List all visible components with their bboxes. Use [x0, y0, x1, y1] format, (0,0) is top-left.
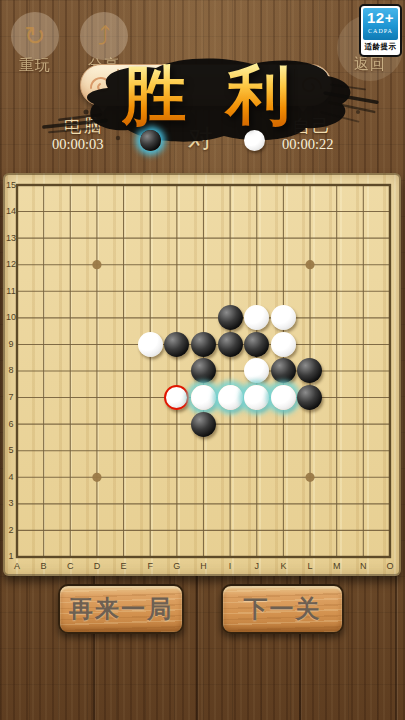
board-cell[interactable]: [376, 278, 403, 305]
board-cell[interactable]: [217, 305, 244, 332]
board-cell[interactable]: [376, 490, 403, 517]
board-cell[interactable]: [84, 331, 111, 358]
board-cell[interactable]: [163, 490, 190, 517]
board-cell[interactable]: [350, 358, 377, 385]
white-stone: [218, 385, 243, 410]
board-cell[interactable]: [350, 384, 377, 411]
board-cell[interactable]: [243, 517, 270, 544]
row-label: 5: [6, 445, 17, 456]
black-stone: [164, 332, 189, 357]
board-cell[interactable]: [350, 517, 377, 544]
board-cell[interactable]: [376, 225, 403, 252]
board-cell[interactable]: [137, 331, 164, 358]
board-cell[interactable]: [190, 278, 217, 305]
board-cell[interactable]: [376, 305, 403, 332]
black-stone: [218, 305, 243, 330]
board-cell[interactable]: [163, 278, 190, 305]
board-cell[interactable]: [84, 172, 111, 199]
board-cell[interactable]: [57, 198, 84, 225]
board-cell[interactable]: [190, 384, 217, 411]
board-cell[interactable]: [243, 251, 270, 278]
vs-label: 对: [188, 122, 213, 155]
board-cell[interactable]: [217, 198, 244, 225]
board-cell[interactable]: [270, 437, 297, 464]
board-cell[interactable]: [350, 464, 377, 491]
board-cell[interactable]: [30, 172, 57, 199]
board-cell[interactable]: [84, 464, 111, 491]
board-cell[interactable]: [376, 464, 403, 491]
board-cell[interactable]: [217, 172, 244, 199]
board-cell[interactable]: [110, 331, 137, 358]
white-stone: [244, 358, 269, 383]
row-label: 13: [6, 233, 17, 244]
gomoku-board: 151413121110987654321ABCDEFGHIJKLMNO: [3, 173, 401, 576]
board-cell[interactable]: [217, 358, 244, 385]
col-label: I: [224, 561, 236, 572]
board-cell[interactable]: [84, 358, 111, 385]
board-cell[interactable]: [137, 225, 164, 252]
board-cell[interactable]: [350, 172, 377, 199]
board-cell[interactable]: [110, 411, 137, 438]
board-cell[interactable]: [137, 437, 164, 464]
board-cell[interactable]: [350, 437, 377, 464]
board-cell[interactable]: [323, 278, 350, 305]
board-cell[interactable]: [163, 411, 190, 438]
board-cell[interactable]: [270, 517, 297, 544]
board-cell[interactable]: [323, 411, 350, 438]
cloud-swirl-icon: [299, 72, 325, 98]
board-cell[interactable]: [270, 305, 297, 332]
board-cell[interactable]: [297, 411, 324, 438]
board-cell[interactable]: [163, 198, 190, 225]
banner-cap-divider-right: [294, 69, 296, 101]
board-cell[interactable]: [323, 384, 350, 411]
board-cell[interactable]: [163, 331, 190, 358]
board-cell[interactable]: [350, 198, 377, 225]
col-label: N: [357, 561, 369, 572]
player-right-stone-white: [244, 130, 265, 151]
white-stone: [271, 332, 296, 357]
board-cell[interactable]: [323, 490, 350, 517]
board-cell[interactable]: [243, 331, 270, 358]
col-label: H: [197, 561, 209, 572]
board-cell[interactable]: [270, 198, 297, 225]
board-cell[interactable]: [270, 384, 297, 411]
board-cell[interactable]: [217, 278, 244, 305]
board-cell[interactable]: [190, 517, 217, 544]
row-label: 14: [6, 206, 17, 217]
board-cell[interactable]: [376, 251, 403, 278]
board-cell[interactable]: [270, 172, 297, 199]
board-cell[interactable]: [110, 437, 137, 464]
board-cell[interactable]: [110, 172, 137, 199]
board-cell[interactable]: [243, 411, 270, 438]
board-cell[interactable]: [190, 172, 217, 199]
board-cell[interactable]: [163, 172, 190, 199]
board-cell[interactable]: [57, 278, 84, 305]
board-cells: [4, 172, 403, 570]
row-label: 12: [6, 259, 17, 270]
board-cell[interactable]: [30, 464, 57, 491]
board-cell[interactable]: [217, 331, 244, 358]
board-cell[interactable]: [243, 198, 270, 225]
board-cell[interactable]: [217, 251, 244, 278]
board-cell[interactable]: [57, 251, 84, 278]
white-stone: [244, 385, 269, 410]
board-cell[interactable]: [57, 490, 84, 517]
black-stone: [191, 412, 216, 437]
board-cell[interactable]: [190, 358, 217, 385]
board-cell[interactable]: [350, 278, 377, 305]
board-cell[interactable]: [217, 517, 244, 544]
board-cell[interactable]: [270, 225, 297, 252]
board-cell[interactable]: [84, 384, 111, 411]
board-cell[interactable]: [270, 278, 297, 305]
board-cell[interactable]: [297, 358, 324, 385]
board-cell[interactable]: [57, 358, 84, 385]
black-stone: [191, 332, 216, 357]
col-label: B: [38, 561, 50, 572]
board-cell[interactable]: [137, 384, 164, 411]
board-cell[interactable]: [350, 305, 377, 332]
board-cell[interactable]: [110, 517, 137, 544]
black-stone: [191, 358, 216, 383]
black-stone: [218, 332, 243, 357]
board-cell[interactable]: [297, 490, 324, 517]
board-cell[interactable]: [137, 517, 164, 544]
board-cell[interactable]: [137, 305, 164, 332]
col-label: E: [118, 561, 130, 572]
board-cell[interactable]: [243, 490, 270, 517]
board-cell[interactable]: [57, 411, 84, 438]
row-label: 15: [6, 180, 17, 191]
board-cell[interactable]: [163, 384, 190, 411]
board-cell[interactable]: [270, 358, 297, 385]
board-cell[interactable]: [297, 305, 324, 332]
board-cell[interactable]: [84, 305, 111, 332]
board-cell[interactable]: [30, 437, 57, 464]
replay-button-circle: ↻: [11, 12, 59, 60]
board-cell[interactable]: [323, 331, 350, 358]
board-cell[interactable]: [110, 384, 137, 411]
player-left-name: 电脑: [64, 114, 104, 138]
board-cell[interactable]: [84, 225, 111, 252]
next-level-label: 下一关: [244, 593, 322, 625]
board-cell[interactable]: [190, 411, 217, 438]
board-cell[interactable]: [376, 384, 403, 411]
col-label: D: [91, 561, 103, 572]
board-cell[interactable]: [217, 490, 244, 517]
black-stone: [297, 385, 322, 410]
board-cell[interactable]: [30, 411, 57, 438]
board-cell[interactable]: [323, 464, 350, 491]
board-cell[interactable]: [30, 305, 57, 332]
age-rating-value: 12+: [363, 8, 398, 27]
row-label: 4: [6, 472, 17, 483]
age-rating-org: CADPA: [363, 27, 398, 35]
board-cell[interactable]: [350, 225, 377, 252]
board-cell[interactable]: [297, 384, 324, 411]
board-cell[interactable]: [323, 437, 350, 464]
banner-cap-divider-left: [117, 69, 119, 101]
game-screen: ↻ 重玩 ⤴ 分享 ↩ 返回 12+ CADPA 适龄提示: [0, 0, 405, 720]
board-cell[interactable]: [110, 278, 137, 305]
board-cell[interactable]: [30, 331, 57, 358]
row-label: 10: [6, 312, 17, 323]
board-cell[interactable]: [350, 251, 377, 278]
white-stone: [164, 385, 189, 410]
board-cell[interactable]: [190, 464, 217, 491]
row-label: 11: [6, 286, 17, 297]
board-cell[interactable]: [190, 251, 217, 278]
board-cell[interactable]: [323, 358, 350, 385]
board-cell[interactable]: [190, 225, 217, 252]
board-cell[interactable]: [163, 437, 190, 464]
col-label: C: [64, 561, 76, 572]
board-cell[interactable]: [110, 251, 137, 278]
board-cell[interactable]: [243, 278, 270, 305]
board-cell[interactable]: [376, 517, 403, 544]
board-cell[interactable]: [243, 384, 270, 411]
back-label: 返回: [337, 55, 403, 74]
row-label: 8: [6, 365, 17, 376]
share-icon: ⤴: [98, 23, 111, 49]
board-cell[interactable]: [163, 358, 190, 385]
col-label: F: [144, 561, 156, 572]
board-cell[interactable]: [217, 384, 244, 411]
board-cell[interactable]: [137, 278, 164, 305]
row-label: 9: [6, 339, 17, 350]
row-label: 3: [6, 498, 17, 509]
board-cell[interactable]: [270, 464, 297, 491]
board-cell[interactable]: [84, 490, 111, 517]
play-again-label: 再来一局: [69, 593, 173, 625]
board-cell[interactable]: [323, 305, 350, 332]
board-cell[interactable]: [30, 198, 57, 225]
board-cell[interactable]: [297, 437, 324, 464]
white-stone: [138, 332, 163, 357]
black-stone: [271, 358, 296, 383]
board-cell[interactable]: [270, 411, 297, 438]
board-cell[interactable]: [217, 464, 244, 491]
board-cell[interactable]: [217, 437, 244, 464]
board-cell[interactable]: [376, 358, 403, 385]
board-cell[interactable]: [137, 172, 164, 199]
board-cell[interactable]: [376, 172, 403, 199]
board-cell[interactable]: [323, 225, 350, 252]
board-cell[interactable]: [297, 225, 324, 252]
cloud-swirl-icon: [87, 72, 113, 98]
board-cell[interactable]: [376, 437, 403, 464]
player-left-timer: 00:00:03: [52, 136, 104, 153]
board-cell[interactable]: [84, 517, 111, 544]
board-cell[interactable]: [110, 358, 137, 385]
board-cell[interactable]: [84, 411, 111, 438]
board-cell[interactable]: [57, 172, 84, 199]
board-cell[interactable]: [137, 358, 164, 385]
row-label: 7: [6, 392, 17, 403]
board-cell[interactable]: [163, 251, 190, 278]
white-stone: [271, 305, 296, 330]
row-label: 6: [6, 419, 17, 430]
board-cell[interactable]: [163, 517, 190, 544]
board-cell[interactable]: [350, 331, 377, 358]
board-cell[interactable]: [243, 358, 270, 385]
board-cell[interactable]: [243, 225, 270, 252]
board-cell[interactable]: [30, 278, 57, 305]
board-cell[interactable]: [323, 172, 350, 199]
age-rating-blue-box: 12+ CADPA: [363, 8, 398, 40]
white-stone: [271, 385, 296, 410]
board-cell[interactable]: [30, 517, 57, 544]
board-cell[interactable]: [297, 331, 324, 358]
board-cell[interactable]: [110, 198, 137, 225]
board-cell[interactable]: [110, 490, 137, 517]
board-cell[interactable]: [30, 384, 57, 411]
board-cell[interactable]: [323, 251, 350, 278]
share-button-circle: ⤴: [80, 12, 128, 60]
board-cell[interactable]: [243, 464, 270, 491]
board-cell[interactable]: [190, 437, 217, 464]
board-cell[interactable]: [190, 490, 217, 517]
board-cell[interactable]: [323, 198, 350, 225]
board-cell[interactable]: [243, 437, 270, 464]
board-cell[interactable]: [57, 384, 84, 411]
board-cell[interactable]: [323, 517, 350, 544]
board-cell[interactable]: [110, 305, 137, 332]
board-cell[interactable]: [137, 490, 164, 517]
row-label: 2: [6, 525, 17, 536]
board-cell[interactable]: [297, 251, 324, 278]
board-cell[interactable]: [137, 198, 164, 225]
play-again-button[interactable]: 再来一局: [58, 584, 184, 634]
board-cell[interactable]: [57, 225, 84, 252]
board-cell[interactable]: [190, 198, 217, 225]
age-rating-badge: 12+ CADPA 适龄提示: [359, 4, 402, 57]
black-stone: [244, 332, 269, 357]
board-cell[interactable]: [376, 331, 403, 358]
col-label: A: [11, 561, 23, 572]
player-left-stone-black: [140, 130, 161, 151]
col-label: O: [384, 561, 396, 572]
board-cell[interactable]: [30, 358, 57, 385]
board-cell[interactable]: [57, 517, 84, 544]
board-cell[interactable]: [217, 225, 244, 252]
board-cell[interactable]: [110, 464, 137, 491]
col-label: J: [251, 561, 263, 572]
board-cell[interactable]: [350, 490, 377, 517]
replay-icon: ↻: [24, 23, 46, 49]
board-cell[interactable]: [110, 225, 137, 252]
board-cell[interactable]: [297, 464, 324, 491]
banner-scroll: [80, 64, 332, 106]
white-stone: [191, 385, 216, 410]
board-cell[interactable]: [137, 251, 164, 278]
board-cell[interactable]: [243, 305, 270, 332]
board-cell[interactable]: [297, 172, 324, 199]
board-cell[interactable]: [297, 198, 324, 225]
board-cell[interactable]: [84, 198, 111, 225]
board-cell[interactable]: [297, 517, 324, 544]
board-cell[interactable]: [57, 331, 84, 358]
replay-label: 重玩: [11, 56, 59, 75]
board-cell[interactable]: [57, 437, 84, 464]
board-cell[interactable]: [163, 225, 190, 252]
board-cell[interactable]: [57, 464, 84, 491]
board-cell[interactable]: [30, 251, 57, 278]
board-cell[interactable]: [84, 251, 111, 278]
replay-button[interactable]: ↻ 重玩: [11, 12, 59, 75]
board-cell[interactable]: [243, 172, 270, 199]
col-label: K: [277, 561, 289, 572]
white-stone: [244, 305, 269, 330]
col-label: M: [331, 561, 343, 572]
board-cell[interactable]: [84, 437, 111, 464]
board-cell[interactable]: [30, 225, 57, 252]
next-level-button[interactable]: 下一关: [221, 584, 344, 634]
board-cell[interactable]: [190, 331, 217, 358]
col-label: L: [304, 561, 316, 572]
age-rating-caption: 适龄提示: [361, 40, 400, 54]
board-cell[interactable]: [376, 198, 403, 225]
col-label: G: [171, 561, 183, 572]
board-cell[interactable]: [376, 411, 403, 438]
board-cell[interactable]: [30, 490, 57, 517]
board-cell[interactable]: [270, 251, 297, 278]
board-cell[interactable]: [137, 411, 164, 438]
board-cell[interactable]: [190, 305, 217, 332]
board-cell[interactable]: [57, 305, 84, 332]
board-cell[interactable]: [270, 331, 297, 358]
board-cell[interactable]: [217, 411, 244, 438]
player-right-name: 自己: [292, 114, 332, 138]
black-stone: [297, 358, 322, 383]
board-cell[interactable]: [270, 490, 297, 517]
board-cell[interactable]: [350, 411, 377, 438]
board-cell[interactable]: [84, 278, 111, 305]
board-cell[interactable]: [297, 278, 324, 305]
board-cell[interactable]: [137, 464, 164, 491]
player-right-timer: 00:00:22: [282, 136, 334, 153]
board-cell[interactable]: [163, 464, 190, 491]
board-cell[interactable]: [163, 305, 190, 332]
